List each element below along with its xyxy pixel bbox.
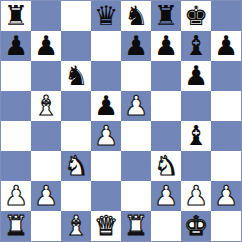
square-f1[interactable] — [151, 211, 181, 241]
square-a6[interactable] — [1, 61, 31, 91]
square-b7[interactable]: ♟ — [31, 31, 61, 61]
piece-white-rook[interactable]: ♜ — [4, 212, 28, 239]
square-f5[interactable] — [151, 91, 181, 121]
square-f2[interactable]: ♟ — [151, 181, 181, 211]
piece-black-pawn[interactable]: ♟ — [34, 32, 58, 59]
square-a8[interactable]: ♜ — [1, 1, 31, 31]
square-g6[interactable]: ♟ — [181, 61, 211, 91]
square-f3[interactable]: ♞ — [151, 151, 181, 181]
square-a2[interactable]: ♟ — [1, 181, 31, 211]
piece-black-pawn[interactable]: ♟ — [214, 32, 238, 59]
square-b2[interactable]: ♟ — [31, 181, 61, 211]
square-b6[interactable] — [31, 61, 61, 91]
piece-white-queen[interactable]: ♛ — [94, 212, 118, 239]
square-d8[interactable]: ♛ — [91, 1, 121, 31]
square-c5[interactable] — [61, 91, 91, 121]
piece-white-rook[interactable]: ♜ — [124, 212, 148, 239]
piece-white-pawn[interactable]: ♟ — [34, 182, 58, 209]
piece-white-pawn[interactable]: ♟ — [4, 182, 28, 209]
piece-white-pawn[interactable]: ♟ — [214, 182, 238, 209]
square-f8[interactable]: ♜ — [151, 1, 181, 31]
square-a4[interactable] — [1, 121, 31, 151]
square-b5[interactable]: ♝ — [31, 91, 61, 121]
piece-black-pawn[interactable]: ♟ — [154, 32, 178, 59]
piece-white-knight[interactable]: ♞ — [64, 152, 88, 179]
piece-white-pawn[interactable]: ♟ — [184, 182, 208, 209]
square-h5[interactable] — [211, 91, 241, 121]
square-d1[interactable]: ♛ — [91, 211, 121, 241]
piece-white-bishop[interactable]: ♝ — [34, 92, 58, 119]
piece-black-bishop[interactable]: ♝ — [184, 122, 208, 149]
square-b8[interactable] — [31, 1, 61, 31]
square-f7[interactable]: ♟ — [151, 31, 181, 61]
square-c8[interactable] — [61, 1, 91, 31]
square-d6[interactable] — [91, 61, 121, 91]
square-d7[interactable] — [91, 31, 121, 61]
square-e2[interactable] — [121, 181, 151, 211]
square-b4[interactable] — [31, 121, 61, 151]
square-e6[interactable] — [121, 61, 151, 91]
square-b3[interactable] — [31, 151, 61, 181]
square-d5[interactable]: ♟ — [91, 91, 121, 121]
square-h6[interactable] — [211, 61, 241, 91]
piece-black-pawn[interactable]: ♟ — [184, 62, 208, 89]
square-a1[interactable]: ♜ — [1, 211, 31, 241]
piece-black-rook[interactable]: ♜ — [154, 2, 178, 29]
square-e8[interactable]: ♞ — [121, 1, 151, 31]
piece-white-king[interactable]: ♚ — [184, 212, 208, 239]
piece-white-pawn[interactable]: ♟ — [94, 122, 118, 149]
square-h2[interactable]: ♟ — [211, 181, 241, 211]
square-g4[interactable]: ♝ — [181, 121, 211, 151]
square-g8[interactable]: ♚ — [181, 1, 211, 31]
square-d3[interactable] — [91, 151, 121, 181]
piece-black-queen[interactable]: ♛ — [94, 2, 118, 29]
square-h1[interactable] — [211, 211, 241, 241]
square-f4[interactable] — [151, 121, 181, 151]
square-h3[interactable] — [211, 151, 241, 181]
piece-white-bishop[interactable]: ♝ — [64, 212, 88, 239]
square-g1[interactable]: ♚ — [181, 211, 211, 241]
piece-black-king[interactable]: ♚ — [184, 2, 208, 29]
square-h4[interactable] — [211, 121, 241, 151]
square-c1[interactable]: ♝ — [61, 211, 91, 241]
square-g2[interactable]: ♟ — [181, 181, 211, 211]
square-e4[interactable] — [121, 121, 151, 151]
square-c2[interactable] — [61, 181, 91, 211]
piece-black-pawn[interactable]: ♟ — [94, 92, 118, 119]
piece-black-pawn[interactable]: ♟ — [124, 32, 148, 59]
square-f6[interactable] — [151, 61, 181, 91]
square-c4[interactable] — [61, 121, 91, 151]
piece-white-pawn[interactable]: ♟ — [154, 182, 178, 209]
square-d4[interactable]: ♟ — [91, 121, 121, 151]
square-a5[interactable] — [1, 91, 31, 121]
square-d2[interactable] — [91, 181, 121, 211]
square-h7[interactable]: ♟ — [211, 31, 241, 61]
chess-board: ♜♛♞♜♚♟♟♟♟♝♟♞♟♝♟♟♟♝♞♞♟♟♟♟♟♜♝♛♜♚ — [0, 0, 242, 242]
square-a7[interactable]: ♟ — [1, 31, 31, 61]
square-e1[interactable]: ♜ — [121, 211, 151, 241]
piece-black-bishop[interactable]: ♝ — [184, 32, 208, 59]
square-g7[interactable]: ♝ — [181, 31, 211, 61]
square-c7[interactable] — [61, 31, 91, 61]
square-g5[interactable] — [181, 91, 211, 121]
piece-black-pawn[interactable]: ♟ — [4, 32, 28, 59]
square-e7[interactable]: ♟ — [121, 31, 151, 61]
piece-white-knight[interactable]: ♞ — [154, 152, 178, 179]
square-e3[interactable] — [121, 151, 151, 181]
square-c6[interactable]: ♞ — [61, 61, 91, 91]
square-a3[interactable] — [1, 151, 31, 181]
square-e5[interactable]: ♟ — [121, 91, 151, 121]
piece-black-knight[interactable]: ♞ — [64, 62, 88, 89]
square-b1[interactable] — [31, 211, 61, 241]
square-g3[interactable] — [181, 151, 211, 181]
piece-black-rook[interactable]: ♜ — [4, 2, 28, 29]
piece-black-knight[interactable]: ♞ — [124, 2, 148, 29]
square-h8[interactable] — [211, 1, 241, 31]
piece-white-pawn[interactable]: ♟ — [124, 92, 148, 119]
square-c3[interactable]: ♞ — [61, 151, 91, 181]
